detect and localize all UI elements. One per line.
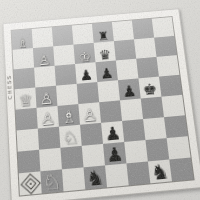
piece-black-pawn[interactable]: ♟ xyxy=(100,66,115,81)
square-c5[interactable] xyxy=(56,84,78,106)
piece-white-bishop[interactable]: ♗ xyxy=(61,108,78,126)
square-g7[interactable] xyxy=(134,38,157,59)
square-e7[interactable]: ♛ xyxy=(94,41,116,62)
square-f8[interactable] xyxy=(112,20,134,41)
square-f2[interactable] xyxy=(124,140,148,163)
square-g4[interactable] xyxy=(141,97,164,119)
piece-white-king[interactable]: ♔ xyxy=(78,50,91,64)
square-f4[interactable] xyxy=(120,99,143,121)
square-h8[interactable] xyxy=(152,17,174,38)
piece-black-knight[interactable]: ♞ xyxy=(150,161,171,184)
square-b5[interactable]: ♙ xyxy=(35,86,57,108)
square-e2[interactable]: ♟ xyxy=(103,142,126,165)
square-a1[interactable] xyxy=(19,171,42,195)
square-c3[interactable]: ♘ xyxy=(59,125,82,148)
square-f7[interactable] xyxy=(114,39,136,60)
square-d3[interactable] xyxy=(80,123,103,146)
square-d8[interactable] xyxy=(72,24,94,45)
square-h3[interactable] xyxy=(164,115,188,138)
square-e3[interactable]: ♟ xyxy=(101,121,124,144)
square-f6[interactable] xyxy=(116,59,139,81)
square-h5[interactable] xyxy=(159,75,182,97)
square-c8[interactable] xyxy=(52,26,74,47)
piece-white-bishop[interactable]: ♗ xyxy=(16,37,28,50)
square-d1[interactable]: ♞ xyxy=(84,165,108,189)
square-c2[interactable] xyxy=(60,146,83,170)
piece-white-pawn[interactable]: ♙ xyxy=(39,91,54,108)
square-h1[interactable] xyxy=(169,158,193,182)
square-h2[interactable] xyxy=(167,136,191,159)
square-d6[interactable]: ♟ xyxy=(75,62,97,84)
square-a8[interactable]: ♗ xyxy=(12,29,33,50)
piece-black-pawn[interactable]: ♟ xyxy=(122,83,138,100)
square-d7[interactable]: ♔ xyxy=(73,43,95,64)
piece-white-knight[interactable]: ♘ xyxy=(42,171,62,194)
square-b3[interactable] xyxy=(38,127,61,150)
board-grid: ♗♜♙♔♛♟♟♕♙♟♚♙♗♙♘♟♟♘♞♞ xyxy=(12,17,194,195)
piece-black-pawn[interactable]: ♟ xyxy=(104,124,122,144)
square-e6[interactable]: ♟ xyxy=(95,60,117,82)
square-c4[interactable]: ♗ xyxy=(57,104,80,127)
piece-white-pawn[interactable]: ♙ xyxy=(82,106,99,124)
square-a2[interactable] xyxy=(18,150,41,174)
square-b6[interactable] xyxy=(34,66,56,88)
piece-black-rook[interactable]: ♜ xyxy=(97,30,109,43)
square-f1[interactable] xyxy=(126,161,150,185)
square-b1[interactable]: ♘ xyxy=(40,169,63,193)
square-g8[interactable] xyxy=(132,19,154,40)
square-e4[interactable] xyxy=(99,100,122,122)
piece-black-knight[interactable]: ♞ xyxy=(85,167,105,190)
square-e1[interactable] xyxy=(105,163,129,187)
square-g1[interactable]: ♞ xyxy=(148,159,172,183)
square-h7[interactable] xyxy=(154,36,177,57)
piece-black-pawn[interactable]: ♟ xyxy=(79,68,93,83)
piece-black-queen[interactable]: ♛ xyxy=(98,48,111,62)
square-g3[interactable] xyxy=(143,117,167,140)
piece-white-pawn[interactable]: ♙ xyxy=(37,53,50,67)
square-e5[interactable] xyxy=(97,80,120,102)
square-b4[interactable]: ♙ xyxy=(37,106,59,129)
chess-board: CHESS ♗♜♙♔♛♟♟♕♙♟♚♙♗♙♘♟♟♘♞♞ xyxy=(3,8,200,200)
square-f3[interactable] xyxy=(122,119,145,142)
chess-photo: CHESS ♗♜♙♔♛♟♟♕♙♟♚♙♗♙♘♟♟♘♞♞ xyxy=(0,0,200,200)
square-a7[interactable] xyxy=(13,48,35,69)
piece-white-pawn[interactable]: ♙ xyxy=(40,110,56,128)
square-h6[interactable] xyxy=(156,55,179,76)
piece-black-king[interactable]: ♚ xyxy=(142,82,158,99)
square-c7[interactable] xyxy=(53,45,75,66)
square-f5[interactable]: ♟ xyxy=(118,78,141,100)
square-b7[interactable]: ♙ xyxy=(33,46,55,67)
square-b8[interactable] xyxy=(32,27,53,48)
square-h4[interactable] xyxy=(161,95,184,117)
corner-emblem-icon xyxy=(20,173,40,194)
square-e8[interactable]: ♜ xyxy=(92,22,114,43)
square-c6[interactable] xyxy=(55,64,77,86)
piece-white-knight[interactable]: ♘ xyxy=(62,128,80,148)
board-edge-brand-text: CHESS xyxy=(6,74,13,99)
square-a3[interactable] xyxy=(17,129,39,152)
square-a6[interactable] xyxy=(14,68,36,90)
square-d4[interactable]: ♙ xyxy=(78,102,101,125)
square-a5[interactable]: ♕ xyxy=(15,87,37,109)
square-c1[interactable] xyxy=(62,167,85,191)
square-a4[interactable] xyxy=(16,108,38,131)
piece-white-queen[interactable]: ♕ xyxy=(18,93,33,110)
square-g6[interactable] xyxy=(136,57,159,78)
square-d5[interactable] xyxy=(77,82,99,104)
piece-black-pawn[interactable]: ♟ xyxy=(105,144,124,165)
square-g5[interactable]: ♚ xyxy=(138,77,161,99)
